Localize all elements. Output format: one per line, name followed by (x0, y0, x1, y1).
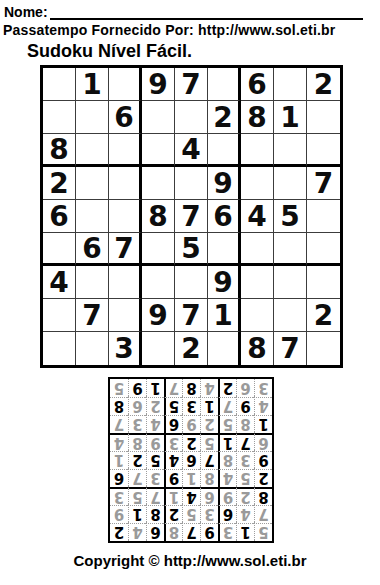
puzzle-cell-r4c6: 9 (208, 167, 241, 200)
puzzle-cell-r4c8 (274, 167, 307, 200)
puzzle-cell-r9c8: 7 (274, 332, 307, 365)
puzzle-cell-r7c9 (307, 266, 340, 299)
solution-cell-r4c5: 1 (182, 469, 200, 487)
puzzle-cell-r4c3 (109, 167, 142, 200)
puzzle-cell-r6c1 (43, 233, 76, 266)
puzzle-cell-r3c7 (241, 134, 274, 167)
puzzle-cell-r4c1: 2 (43, 167, 76, 200)
solution-cell-r2c2: 4 (236, 505, 254, 523)
puzzle-cell-r5c3 (109, 200, 142, 233)
solution-cell-r1c2: 1 (236, 523, 254, 541)
puzzle-cell-r7c8 (274, 266, 307, 299)
solution-cell-r8c9: 8 (110, 397, 128, 415)
solution-cell-r4c4: 8 (200, 469, 218, 487)
puzzle-cell-r1c2: 1 (76, 68, 109, 101)
puzzle-cell-r4c2 (76, 167, 109, 200)
puzzle-cell-r7c6: 9 (208, 266, 241, 299)
puzzle-cell-r2c4 (142, 101, 175, 134)
puzzle-cell-r4c5 (175, 167, 208, 200)
solution-cell-r6c1: 6 (254, 433, 272, 451)
solution-cell-r6c6: 3 (164, 433, 182, 451)
solution-cell-r4c6: 9 (164, 469, 182, 487)
solution-cell-r5c6: 4 (164, 451, 182, 469)
solution-cell-r3c9: 3 (110, 487, 128, 505)
solution-cell-r1c4: 9 (200, 523, 218, 541)
puzzle-cell-r2c6: 2 (208, 101, 241, 134)
solution-cell-r5c9: 1 (110, 451, 128, 469)
puzzle-cell-r5c6: 6 (208, 200, 241, 233)
puzzle-cell-r9c5: 2 (175, 332, 208, 365)
solution-cell-r1c3: 3 (218, 523, 236, 541)
sudoku-puzzle-board: 1976262818429768764567549797123287 (40, 65, 343, 368)
solution-cell-r5c5: 6 (182, 451, 200, 469)
puzzle-cell-r2c7: 8 (241, 101, 274, 134)
puzzle-cell-r9c2 (76, 332, 109, 365)
solution-cell-r4c1: 2 (254, 469, 272, 487)
puzzle-cell-r8c7 (241, 299, 274, 332)
solution-cell-r1c1: 5 (254, 523, 272, 541)
solution-cell-r3c2: 2 (236, 487, 254, 505)
puzzle-cell-r6c9 (307, 233, 340, 266)
solution-cell-r4c7: 3 (146, 469, 164, 487)
puzzle-cell-r6c4 (142, 233, 175, 266)
solution-cell-r7c6: 6 (164, 415, 182, 433)
solution-cell-r9c2: 6 (236, 379, 254, 397)
solution-cell-r8c7: 2 (146, 397, 164, 415)
solution-cell-r9c5: 8 (182, 379, 200, 397)
puzzle-cell-r8c3 (109, 299, 142, 332)
solution-cell-r1c6: 8 (164, 523, 182, 541)
puzzle-cell-r3c3 (109, 134, 142, 167)
puzzle-cell-r8c6: 1 (208, 299, 241, 332)
solution-cell-r8c6: 5 (164, 397, 182, 415)
solution-cell-r2c6: 2 (164, 505, 182, 523)
solution-cell-r9c1: 3 (254, 379, 272, 397)
puzzle-cell-r2c9 (307, 101, 340, 134)
puzzle-cell-r2c3: 6 (109, 101, 142, 134)
puzzle-cell-r6c2: 6 (76, 233, 109, 266)
puzzle-cell-r8c2: 7 (76, 299, 109, 332)
solution-cell-r2c4: 3 (200, 505, 218, 523)
solution-cell-r9c9: 5 (110, 379, 128, 397)
puzzle-cell-r7c7 (241, 266, 274, 299)
solution-cell-r3c6: 1 (164, 487, 182, 505)
solution-cell-r3c3: 9 (218, 487, 236, 505)
puzzle-cell-r3c1: 8 (43, 134, 76, 167)
solution-cell-r7c7: 4 (146, 415, 164, 433)
solution-cell-r6c9: 4 (110, 433, 128, 451)
puzzle-cell-r8c9: 2 (307, 299, 340, 332)
solution-cell-r4c9: 6 (110, 469, 128, 487)
puzzle-cell-r4c4 (142, 167, 175, 200)
solution-cell-r6c4: 5 (200, 433, 218, 451)
solution-cell-r6c5: 2 (182, 433, 200, 451)
name-label: Nome: (4, 4, 48, 20)
puzzle-cell-r1c8 (274, 68, 307, 101)
puzzle-cell-r5c1: 6 (43, 200, 76, 233)
solution-cell-r3c8: 5 (128, 487, 146, 505)
puzzle-cell-r7c4 (142, 266, 175, 299)
solution-cell-r7c4: 2 (200, 415, 218, 433)
puzzle-cell-r6c3: 7 (109, 233, 142, 266)
solution-cell-r2c1: 7 (254, 505, 272, 523)
solution-cell-r1c5: 7 (182, 523, 200, 541)
solution-cell-r7c9: 7 (110, 415, 128, 433)
puzzle-cell-r9c7: 8 (241, 332, 274, 365)
puzzle-cell-r7c3 (109, 266, 142, 299)
solution-cell-r5c7: 5 (146, 451, 164, 469)
puzzle-cell-r1c4: 9 (142, 68, 175, 101)
solution-cell-r1c8: 4 (128, 523, 146, 541)
puzzle-cell-r3c9 (307, 134, 340, 167)
solution-cell-r6c7: 9 (146, 433, 164, 451)
puzzle-cell-r2c1 (43, 101, 76, 134)
puzzle-cell-r4c7 (241, 167, 274, 200)
solution-cell-r8c1: 4 (254, 397, 272, 415)
solution-cell-r8c4: 1 (200, 397, 218, 415)
solution-cell-r4c2: 5 (236, 469, 254, 487)
solution-cell-r3c1: 8 (254, 487, 272, 505)
solution-cell-r9c3: 2 (218, 379, 236, 397)
puzzle-cell-r5c4: 8 (142, 200, 175, 233)
solution-cell-r8c2: 9 (236, 397, 254, 415)
solution-cell-r3c4: 6 (200, 487, 218, 505)
provided-by-text: Passatempo Fornecido Por: http://www.sol… (3, 22, 335, 38)
solution-cell-r2c5: 5 (182, 505, 200, 523)
solution-cell-r8c3: 7 (218, 397, 236, 415)
puzzle-cell-r1c7: 6 (241, 68, 274, 101)
puzzle-cell-r3c5: 4 (175, 134, 208, 167)
puzzle-cell-r5c5: 7 (175, 200, 208, 233)
solution-cell-r1c9: 2 (110, 523, 128, 541)
solution-cell-r5c1: 9 (254, 451, 272, 469)
puzzle-cell-r3c2 (76, 134, 109, 167)
puzzle-cell-r4c9: 7 (307, 167, 340, 200)
solution-cell-r7c5: 9 (182, 415, 200, 433)
puzzle-cell-r7c1: 4 (43, 266, 76, 299)
solution-cell-r5c8: 2 (128, 451, 146, 469)
solution-cell-r8c8: 6 (128, 397, 146, 415)
puzzle-cell-r6c7 (241, 233, 274, 266)
solution-cell-r8c5: 3 (182, 397, 200, 415)
solution-cell-r9c6: 7 (164, 379, 182, 397)
sudoku-solution-board: 5139786427463528198296417532548193769387… (108, 377, 274, 543)
puzzle-cell-r6c5: 5 (175, 233, 208, 266)
solution-cell-r6c3: 1 (218, 433, 236, 451)
solution-cell-r3c5: 4 (182, 487, 200, 505)
solution-cell-r6c8: 8 (128, 433, 146, 451)
puzzle-cell-r1c3 (109, 68, 142, 101)
solution-cell-r7c3: 5 (218, 415, 236, 433)
puzzle-cell-r1c5: 7 (175, 68, 208, 101)
puzzle-cell-r7c2 (76, 266, 109, 299)
puzzle-cell-r8c4: 9 (142, 299, 175, 332)
solution-cell-r3c7: 7 (146, 487, 164, 505)
puzzle-cell-r3c8 (274, 134, 307, 167)
solution-cell-r1c7: 6 (146, 523, 164, 541)
puzzle-cell-r9c1 (43, 332, 76, 365)
solution-cell-r2c8: 1 (128, 505, 146, 523)
puzzle-cell-r3c4 (142, 134, 175, 167)
page-title: Sudoku Nível Fácil. (27, 41, 192, 62)
solution-cell-r2c9: 9 (110, 505, 128, 523)
solution-cell-r4c3: 4 (218, 469, 236, 487)
solution-cell-r9c7: 1 (146, 379, 164, 397)
solution-cell-r6c2: 7 (236, 433, 254, 451)
puzzle-cell-r2c5 (175, 101, 208, 134)
puzzle-cell-r3c6 (208, 134, 241, 167)
puzzle-cell-r1c9: 2 (307, 68, 340, 101)
puzzle-cell-r9c9 (307, 332, 340, 365)
solution-cell-r2c3: 6 (218, 505, 236, 523)
puzzle-cell-r8c5: 7 (175, 299, 208, 332)
puzzle-cell-r7c5 (175, 266, 208, 299)
puzzle-cell-r2c2 (76, 101, 109, 134)
copyright-text: Copyright © http://www.sol.eti.br (0, 552, 380, 569)
solution-cell-r2c7: 8 (146, 505, 164, 523)
name-row: Nome: (4, 3, 363, 20)
puzzle-cell-r9c4 (142, 332, 175, 365)
puzzle-cell-r2c8: 1 (274, 101, 307, 134)
puzzle-cell-r5c8: 5 (274, 200, 307, 233)
solution-cell-r5c4: 7 (200, 451, 218, 469)
solution-cell-r7c2: 8 (236, 415, 254, 433)
puzzle-cell-r6c6 (208, 233, 241, 266)
puzzle-cell-r5c7: 4 (241, 200, 274, 233)
solution-cell-r9c4: 4 (200, 379, 218, 397)
puzzle-cell-r8c1 (43, 299, 76, 332)
puzzle-cell-r6c8 (274, 233, 307, 266)
puzzle-cell-r8c8 (274, 299, 307, 332)
solution-cell-r9c8: 9 (128, 379, 146, 397)
puzzle-cell-r9c3: 3 (109, 332, 142, 365)
puzzle-cell-r1c1 (43, 68, 76, 101)
solution-cell-r7c8: 3 (128, 415, 146, 433)
solution-cell-r7c1: 1 (254, 415, 272, 433)
solution-cell-r4c8: 7 (128, 469, 146, 487)
puzzle-cell-r1c6 (208, 68, 241, 101)
puzzle-cell-r5c9 (307, 200, 340, 233)
puzzle-cell-r5c2 (76, 200, 109, 233)
solution-cell-r5c2: 3 (236, 451, 254, 469)
solution-cell-r5c3: 8 (218, 451, 236, 469)
puzzle-cell-r9c6 (208, 332, 241, 365)
name-blank-line (50, 3, 363, 20)
